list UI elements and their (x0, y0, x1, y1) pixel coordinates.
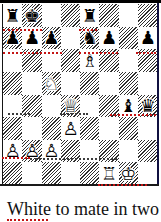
piece-white-king-g1: ♚♔ (119, 162, 138, 185)
square-c8 (42, 4, 61, 27)
spellcheck-squiggle-9 (30, 158, 117, 160)
square-b3 (22, 117, 41, 140)
square-c4 (42, 95, 61, 118)
square-d6 (61, 49, 80, 72)
square-f3 (99, 117, 118, 140)
piece-white-pawn-d3: ♟♙ (61, 117, 80, 140)
square-b8: ♚ (22, 4, 41, 27)
spellcheck-squiggle-11 (7, 219, 48, 221)
spellcheck-squiggle-3 (79, 52, 118, 54)
square-c5: ♞♘ (42, 72, 61, 95)
square-a3 (3, 117, 22, 140)
square-d1 (61, 162, 80, 185)
piece-white-rook-f1: ♜♖ (99, 162, 118, 185)
piece-white-knight-c5: ♞♘ (42, 72, 61, 95)
square-g8 (119, 4, 138, 27)
square-g7 (119, 27, 138, 50)
square-e3 (80, 117, 99, 140)
square-e5 (80, 72, 99, 95)
piece-black-pawn-h7: ♟ (138, 27, 157, 50)
spellcheck-squiggle-6 (60, 113, 88, 115)
square-d5 (61, 72, 80, 95)
piece-black-pawn-c7: ♟ (42, 27, 61, 50)
square-a1 (3, 162, 22, 185)
square-h1 (138, 162, 157, 185)
square-d3: ♟♙ (61, 117, 80, 140)
spellcheck-squiggle-0 (3, 29, 42, 31)
square-g3 (119, 117, 138, 140)
square-f7: ♟ (99, 27, 118, 50)
square-c3 (42, 117, 61, 140)
board-top-border (0, 0, 161, 3)
square-e1 (80, 162, 99, 185)
square-d7 (61, 27, 80, 50)
piece-black-rook-e8: ♜ (80, 4, 99, 27)
square-h8 (138, 4, 157, 27)
spellcheck-squiggle-2 (3, 52, 62, 54)
square-g1: ♚♔ (119, 162, 138, 185)
square-h3 (138, 117, 157, 140)
square-f1: ♜♖ (99, 162, 118, 185)
spellcheck-squiggle-8 (2, 157, 30, 159)
spellcheck-squiggle-5 (8, 113, 30, 115)
square-c7: ♟ (42, 27, 61, 50)
board-right-border (157, 3, 159, 186)
square-d8 (61, 4, 80, 27)
piece-black-king-b8: ♚ (22, 4, 41, 27)
square-g5 (119, 72, 138, 95)
square-a5 (3, 72, 22, 95)
chess-puzzle-page: ♜♚♜♟♟♟♞♟♟♝♗♞♘♛♕♝♛♟♙♟♙♟♙♟♙♜♖♚♔ White to m… (0, 0, 161, 222)
square-f8 (99, 4, 118, 27)
piece-black-rook-a8: ♜ (3, 4, 22, 27)
square-h2 (138, 140, 157, 163)
square-b5 (22, 72, 41, 95)
piece-black-pawn-f7: ♟ (99, 27, 118, 50)
square-c1 (42, 162, 61, 185)
spellcheck-squiggle-10 (98, 184, 147, 186)
square-e8: ♜ (80, 4, 99, 27)
puzzle-caption: White to mate in two (7, 199, 159, 219)
square-a8: ♜ (3, 4, 22, 27)
square-h7: ♟ (138, 27, 157, 50)
square-f5 (99, 72, 118, 95)
square-b1 (22, 162, 41, 185)
square-h5 (138, 72, 157, 95)
spellcheck-squiggle-1 (79, 29, 97, 31)
spellcheck-squiggle-7 (110, 114, 156, 116)
spellcheck-squiggle-4 (136, 52, 156, 54)
square-g2 (119, 140, 138, 163)
